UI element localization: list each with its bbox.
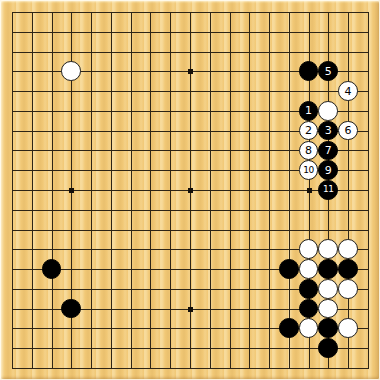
star-point bbox=[188, 69, 193, 74]
move-number: 10 bbox=[303, 166, 314, 175]
move-number: 9 bbox=[325, 165, 332, 176]
move-number: 8 bbox=[305, 145, 312, 156]
go-diagram: 5412368710911 bbox=[0, 0, 380, 380]
move-number: 3 bbox=[325, 125, 332, 136]
black-stone bbox=[299, 299, 319, 319]
move-number: 4 bbox=[345, 86, 352, 97]
move-number: 6 bbox=[345, 125, 352, 136]
white-stone bbox=[338, 318, 358, 338]
white-stone bbox=[338, 239, 358, 259]
star-point bbox=[307, 188, 312, 193]
white-stone bbox=[61, 61, 81, 81]
move-number: 1 bbox=[305, 105, 312, 116]
black-stone bbox=[338, 259, 358, 279]
black-stone bbox=[299, 61, 319, 81]
white-stone bbox=[318, 299, 338, 319]
black-stone bbox=[318, 259, 338, 279]
black-stone bbox=[318, 338, 338, 358]
black-stone bbox=[42, 259, 62, 279]
white-stone bbox=[318, 239, 338, 259]
move-4-stone: 4 bbox=[338, 81, 358, 101]
move-6-stone: 6 bbox=[338, 121, 358, 141]
move-2-stone: 2 bbox=[299, 121, 319, 141]
move-5-stone: 5 bbox=[318, 61, 338, 81]
black-stone bbox=[61, 299, 81, 319]
move-number: 11 bbox=[323, 185, 334, 194]
move-number: 5 bbox=[325, 66, 332, 77]
black-stone bbox=[279, 259, 299, 279]
star-point bbox=[69, 188, 74, 193]
move-3-stone: 3 bbox=[318, 121, 338, 141]
white-stone bbox=[318, 101, 338, 121]
white-stone bbox=[299, 239, 319, 259]
white-stone bbox=[299, 318, 319, 338]
move-1-stone: 1 bbox=[299, 101, 319, 121]
black-stone bbox=[299, 279, 319, 299]
white-stone bbox=[318, 279, 338, 299]
white-stone bbox=[338, 279, 358, 299]
star-point bbox=[188, 188, 193, 193]
move-8-stone: 8 bbox=[299, 141, 319, 161]
move-7-stone: 7 bbox=[318, 141, 338, 161]
move-number: 7 bbox=[325, 145, 332, 156]
white-stone bbox=[299, 259, 319, 279]
black-stone bbox=[279, 318, 299, 338]
star-point bbox=[188, 307, 193, 312]
move-number: 2 bbox=[305, 125, 312, 136]
move-11-stone: 11 bbox=[318, 180, 338, 200]
move-9-stone: 9 bbox=[318, 160, 338, 180]
move-10-stone: 10 bbox=[299, 160, 319, 180]
go-board[interactable]: 5412368710911 bbox=[0, 0, 380, 380]
black-stone bbox=[318, 318, 338, 338]
